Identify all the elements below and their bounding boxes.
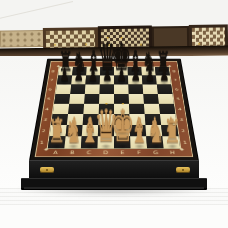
rank-label: 1 — [36, 136, 47, 148]
carved-wooden-board — [0, 30, 45, 48]
rank-label: 5 — [173, 94, 183, 104]
square-g5[interactable] — [143, 94, 159, 104]
square-g7[interactable]: ♟ — [142, 76, 157, 85]
square-c6[interactable] — [85, 84, 100, 93]
square-b1[interactable]: ♞ — [64, 136, 81, 148]
piece-white-bishop[interactable]: ♝ — [129, 113, 148, 147]
square-a6[interactable] — [56, 84, 72, 93]
brass-pin-icon — [198, 43, 200, 45]
piece-black-pawn[interactable]: ♟ — [130, 66, 140, 84]
rank-label: 8 — [169, 67, 178, 76]
square-a5[interactable] — [54, 94, 70, 104]
piece-black-pawn[interactable]: ♟ — [116, 66, 126, 84]
square-e7[interactable]: ♟ — [114, 76, 128, 85]
chess-board: ABCDEFGH ABCDEFGH 87654321 87654321 ♜♞♝♛… — [29, 59, 199, 161]
square-a7[interactable]: ♟ — [57, 76, 72, 85]
square-b5[interactable] — [69, 94, 85, 104]
square-h5[interactable] — [158, 94, 174, 104]
square-b6[interactable] — [70, 84, 85, 93]
square-c7[interactable]: ♟ — [85, 76, 100, 85]
square-h1[interactable]: ♜ — [162, 136, 180, 148]
board-grid: ♜♞♝♛♚♝♞♜♟♟♟♟♟♟♟♟♟♟♟♟♟♟♟♟♜♞♝♛♚♝♞♜ — [47, 66, 182, 149]
product-photo-chess-set: ABCDEFGH ABCDEFGH 87654321 87654321 ♜♞♝♛… — [0, 0, 228, 228]
piece-black-pawn[interactable]: ♟ — [88, 66, 98, 84]
chest-front — [29, 160, 199, 180]
square-g1[interactable]: ♞ — [146, 136, 163, 148]
rank-label: 5 — [44, 94, 54, 104]
piece-white-rook[interactable]: ♜ — [163, 116, 180, 147]
brass-pin-icon — [54, 44, 56, 46]
square-f1[interactable]: ♝ — [130, 136, 147, 148]
square-a1[interactable]: ♜ — [48, 136, 66, 148]
rank-label: 6 — [45, 84, 55, 93]
brass-latch-icon — [40, 167, 54, 173]
rank-label: 4 — [42, 104, 53, 114]
chest-base-edge — [24, 187, 204, 189]
square-f6[interactable] — [128, 84, 143, 93]
piece-black-pawn[interactable]: ♟ — [145, 66, 155, 84]
rank-label: 8 — [48, 67, 57, 76]
table-surface-front — [0, 205, 228, 228]
brass-latch-icon — [176, 167, 190, 173]
square-f7[interactable]: ♟ — [128, 76, 143, 85]
rank-label: 1 — [179, 136, 190, 148]
square-d6[interactable] — [99, 84, 114, 93]
wall-seam — [0, 1, 73, 20]
piece-black-pawn[interactable]: ♟ — [102, 66, 112, 84]
frame-ornament-icon — [180, 148, 184, 151]
square-h6[interactable] — [157, 84, 173, 93]
piece-black-pawn[interactable]: ♟ — [159, 66, 169, 84]
piece-black-pawn[interactable]: ♟ — [59, 66, 69, 84]
piece-white-rook[interactable]: ♜ — [48, 116, 65, 147]
rank-label: 4 — [175, 104, 186, 114]
square-e1[interactable]: ♚ — [114, 136, 131, 148]
square-h7[interactable]: ♟ — [156, 76, 171, 85]
piece-black-pawn[interactable]: ♟ — [73, 66, 83, 84]
square-d7[interactable]: ♟ — [100, 76, 114, 85]
square-b7[interactable]: ♟ — [71, 76, 86, 85]
piece-white-knight[interactable]: ♞ — [64, 116, 81, 147]
piece-white-knight[interactable]: ♞ — [147, 116, 164, 147]
square-e6[interactable] — [114, 84, 129, 93]
square-g6[interactable] — [143, 84, 158, 93]
rank-label: 6 — [172, 84, 182, 93]
